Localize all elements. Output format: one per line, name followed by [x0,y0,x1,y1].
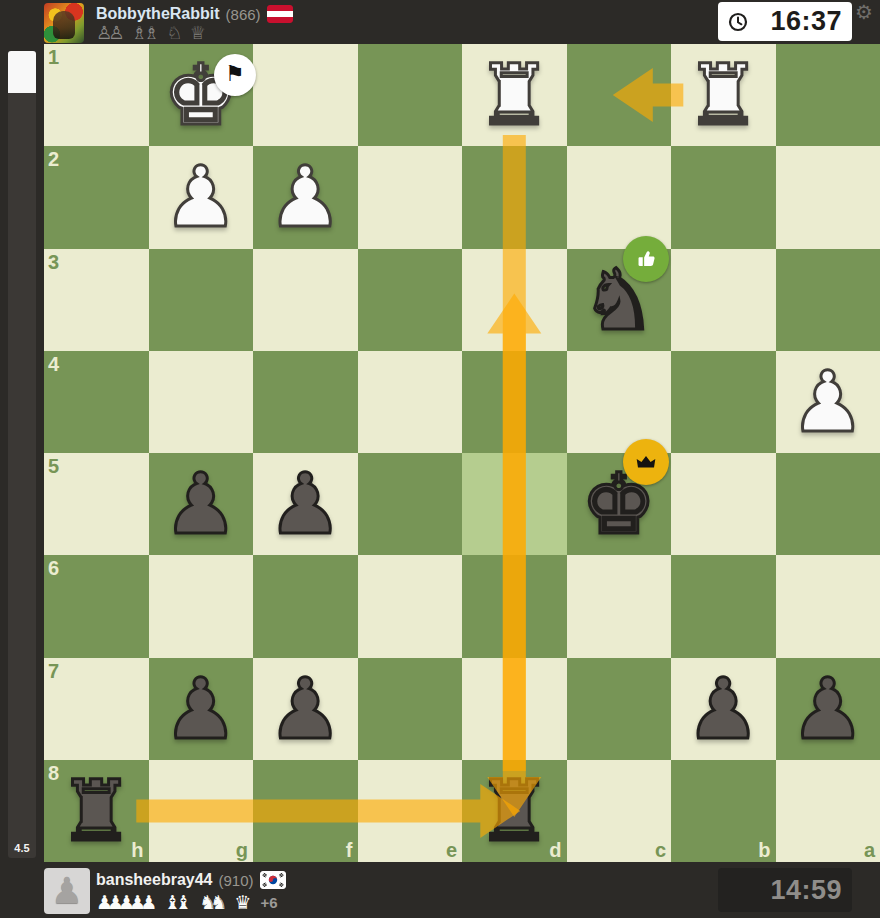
square-g4[interactable] [149,351,254,453]
file-label-c: c [655,840,666,860]
square-c1[interactable] [567,44,672,146]
square-d6[interactable] [462,555,567,657]
pawn-avatar-icon: ♟ [51,873,83,909]
clock-icon [728,12,748,32]
square-b2[interactable] [671,146,776,248]
square-h7[interactable]: 7 [44,658,149,760]
piece-white-pawn-f2[interactable]: ♟ [253,146,358,248]
top-rating: (866) [226,6,261,23]
top-clock-time: 16:37 [748,6,852,37]
square-e6[interactable] [358,555,463,657]
piece-black-pawn-a7[interactable]: ♟ [776,658,880,760]
square-d7[interactable] [462,658,567,760]
bottom-username[interactable]: bansheebray44 [96,871,213,889]
top-player-bar: BobbytheRabbit (866) ♙♙♗♗♘♕ 16:37 ⚙ [0,0,880,44]
square-d4[interactable] [462,351,567,453]
file-label-b: b [758,840,770,860]
square-c2[interactable] [567,146,672,248]
piece-black-pawn-g7[interactable]: ♟ [149,658,254,760]
piece-black-pawn-f7[interactable]: ♟ [253,658,358,760]
square-d5[interactable] [462,453,567,555]
rank-label-5: 5 [48,456,59,476]
square-h1[interactable]: 1 [44,44,149,146]
rank-label-6: 6 [48,558,59,578]
square-b4[interactable] [671,351,776,453]
piece-black-rook-h8[interactable]: ♜ [44,760,149,862]
square-c6[interactable] [567,555,672,657]
rank-label-1: 1 [48,47,59,67]
bottom-clock-time: 14:59 [718,875,852,906]
piece-black-pawn-b7[interactable]: ♟ [671,658,776,760]
captured-group: ♘ [167,24,183,42]
piece-black-knight-c3[interactable]: ♞ [567,249,672,351]
square-c4[interactable] [567,351,672,453]
piece-white-pawn-a4[interactable]: ♟ [776,351,880,453]
square-d3[interactable] [462,249,567,351]
captured-group: ♙♙ [96,24,124,42]
captured-group: ♕ [190,24,206,42]
square-c7[interactable] [567,658,672,760]
square-b5[interactable] [671,453,776,555]
evaluation-bar: 4.5 [8,51,36,858]
square-f4[interactable] [253,351,358,453]
south-korea-flag-icon [260,871,286,889]
evaluation-score: 4.5 [8,842,36,854]
square-e7[interactable] [358,658,463,760]
square-g3[interactable] [149,249,254,351]
top-clock: 16:37 [718,2,852,41]
square-f6[interactable] [253,555,358,657]
square-h5[interactable]: 5 [44,453,149,555]
square-b6[interactable] [671,555,776,657]
rank-label-3: 3 [48,252,59,272]
chess-board[interactable]: 12345678hgfedcba ♚♜♜♟♟♟♜♜♚♞♟♟♟♟♟♟ ⚑ [44,44,880,862]
captured-group: ♟♟♟♟♟ [96,893,157,912]
piece-black-pawn-f5[interactable]: ♟ [253,453,358,555]
square-g8[interactable]: g [149,760,254,862]
square-a2[interactable] [776,146,880,248]
evaluation-bar-white-section [8,51,36,93]
square-e3[interactable] [358,249,463,351]
file-label-e: e [446,840,457,860]
material-advantage: +6 [260,894,277,911]
square-a8[interactable]: a [776,760,880,862]
square-h2[interactable]: 2 [44,146,149,248]
bottom-player-bar: ♟ bansheebray44 (910) ♟♟♟ [0,862,880,918]
piece-white-king-g1[interactable]: ♚ [149,44,254,146]
square-e8[interactable]: e [358,760,463,862]
square-e5[interactable] [358,453,463,555]
square-b3[interactable] [671,249,776,351]
bottom-captured-pieces: ♟♟♟♟♟♝♝♞♞♛+6 [96,893,277,912]
square-g6[interactable] [149,555,254,657]
file-label-a: a [864,840,875,860]
square-a3[interactable] [776,249,880,351]
rank-label-4: 4 [48,354,59,374]
square-a6[interactable] [776,555,880,657]
square-b8[interactable]: b [671,760,776,862]
piece-white-rook-d1[interactable]: ♜ [462,44,567,146]
file-label-f: f [346,840,353,860]
captured-group: ♝♝ [164,893,192,912]
top-player-avatar[interactable] [44,3,84,43]
piece-black-pawn-g5[interactable]: ♟ [149,453,254,555]
rank-label-7: 7 [48,661,59,681]
square-f3[interactable] [253,249,358,351]
square-h6[interactable]: 6 [44,555,149,657]
square-f1[interactable] [253,44,358,146]
austria-flag-icon [267,5,293,23]
square-c8[interactable]: c [567,760,672,862]
piece-black-rook-d8[interactable]: ♜ [462,760,567,862]
rank-label-2: 2 [48,149,59,169]
square-h4[interactable]: 4 [44,351,149,453]
square-a5[interactable] [776,453,880,555]
chess-game-review-screen: BobbytheRabbit (866) ♙♙♗♗♘♕ 16:37 ⚙ 4.5 … [0,0,880,918]
piece-white-rook-b1[interactable]: ♜ [671,44,776,146]
avatar-image [53,11,75,39]
square-e2[interactable] [358,146,463,248]
square-e4[interactable] [358,351,463,453]
square-h3[interactable]: 3 [44,249,149,351]
bottom-clock: 14:59 [718,868,852,912]
file-label-g: g [236,840,248,860]
square-f8[interactable]: f [253,760,358,862]
piece-black-king-c5[interactable]: ♚ [567,453,672,555]
top-captured-pieces: ♙♙♗♗♘♕ [96,24,206,42]
square-e1[interactable] [358,44,463,146]
piece-white-pawn-g2[interactable]: ♟ [149,146,254,248]
bottom-rating: (910) [219,872,254,889]
settings-gear-icon[interactable]: ⚙ [855,2,873,22]
square-d2[interactable] [462,146,567,248]
captured-group: ♛ [234,893,251,912]
captured-group: ♞♞ [199,893,227,912]
captured-group: ♗♗ [131,24,159,42]
bottom-player-avatar[interactable]: ♟ [44,868,90,914]
square-a1[interactable] [776,44,880,146]
top-username[interactable]: BobbytheRabbit [96,5,220,23]
